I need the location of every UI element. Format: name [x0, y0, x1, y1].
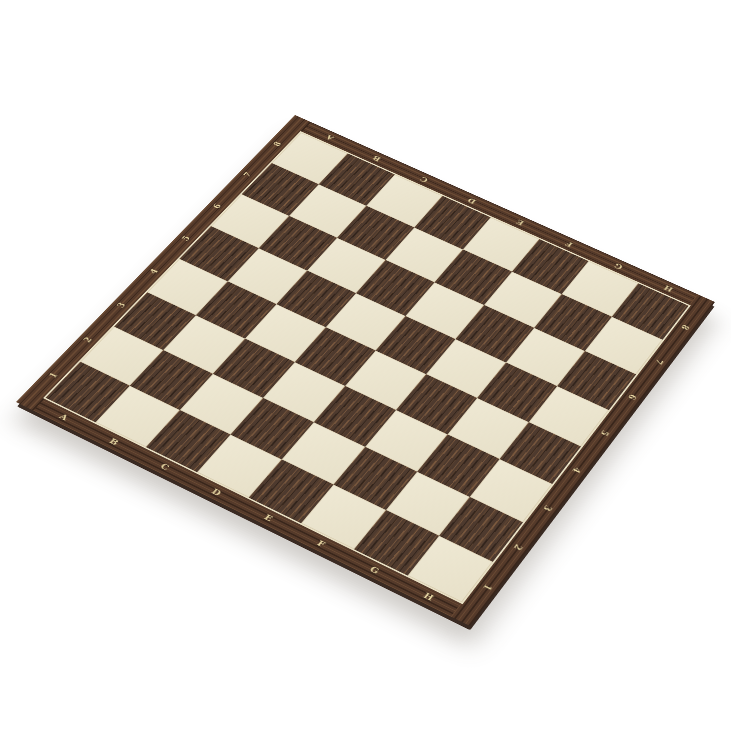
- playing-area: [43, 131, 691, 604]
- product-photo-background: ABCDEFGHABCDEFGH8765432187654321: [0, 0, 731, 731]
- chessboard: ABCDEFGHABCDEFGH8765432187654321: [16, 115, 715, 626]
